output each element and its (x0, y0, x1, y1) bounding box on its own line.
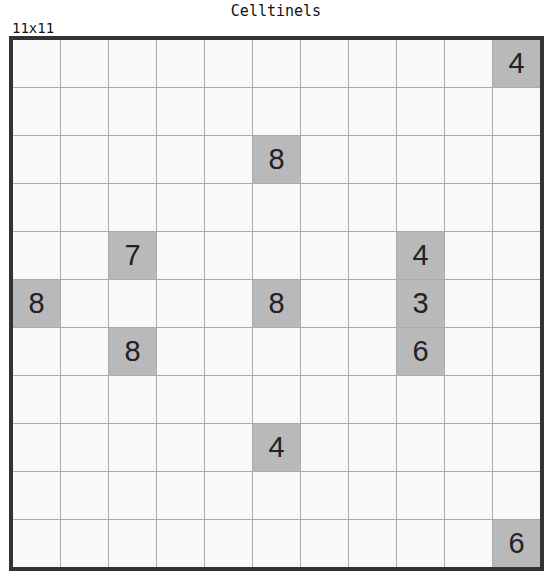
cell-r7c7[interactable] (301, 328, 348, 375)
cell-r2c9[interactable] (397, 88, 444, 135)
cell-r3c5[interactable] (205, 136, 252, 183)
cell-r5c11[interactable] (493, 232, 540, 279)
cell-r11c4[interactable] (157, 520, 204, 567)
clue-cell-r6c9: 3 (397, 280, 444, 327)
cell-r4c7[interactable] (301, 184, 348, 231)
cell-r2c7[interactable] (301, 88, 348, 135)
cell-r1c4[interactable] (157, 40, 204, 87)
cell-r4c9[interactable] (397, 184, 444, 231)
cell-r8c11[interactable] (493, 376, 540, 423)
clue-cell-r5c3: 7 (109, 232, 156, 279)
cell-r11c3[interactable] (109, 520, 156, 567)
cell-r8c7[interactable] (301, 376, 348, 423)
cell-r10c5[interactable] (205, 472, 252, 519)
cell-r1c10[interactable] (445, 40, 492, 87)
cell-r4c8[interactable] (349, 184, 396, 231)
cell-r8c6[interactable] (253, 376, 300, 423)
clue-cell-r3c6: 8 (253, 136, 300, 183)
cell-r1c5[interactable] (205, 40, 252, 87)
cell-r3c7[interactable] (301, 136, 348, 183)
puzzle-board: 48748838646 (9, 36, 544, 571)
cell-r7c8[interactable] (349, 328, 396, 375)
cell-r10c1[interactable] (13, 472, 60, 519)
cell-r2c1[interactable] (13, 88, 60, 135)
cell-r9c10[interactable] (445, 424, 492, 471)
cell-r6c4[interactable] (157, 280, 204, 327)
cell-r9c2[interactable] (61, 424, 108, 471)
cell-r3c8[interactable] (349, 136, 396, 183)
cell-r9c4[interactable] (157, 424, 204, 471)
cell-r4c1[interactable] (13, 184, 60, 231)
cell-r2c2[interactable] (61, 88, 108, 135)
cell-r6c5[interactable] (205, 280, 252, 327)
cell-r2c8[interactable] (349, 88, 396, 135)
cell-r10c8[interactable] (349, 472, 396, 519)
cell-r7c10[interactable] (445, 328, 492, 375)
cell-r8c2[interactable] (61, 376, 108, 423)
clue-cell-r11c11: 6 (493, 520, 540, 567)
clue-cell-r7c9: 6 (397, 328, 444, 375)
cell-r10c2[interactable] (61, 472, 108, 519)
cell-r4c2[interactable] (61, 184, 108, 231)
cell-r7c11[interactable] (493, 328, 540, 375)
cell-r8c1[interactable] (13, 376, 60, 423)
cell-r7c6[interactable] (253, 328, 300, 375)
cell-r2c6[interactable] (253, 88, 300, 135)
cell-r2c10[interactable] (445, 88, 492, 135)
cell-r1c2[interactable] (61, 40, 108, 87)
cell-r10c9[interactable] (397, 472, 444, 519)
cell-r11c5[interactable] (205, 520, 252, 567)
cell-r6c2[interactable] (61, 280, 108, 327)
cell-r3c4[interactable] (157, 136, 204, 183)
cell-r4c11[interactable] (493, 184, 540, 231)
cell-r10c11[interactable] (493, 472, 540, 519)
cell-r11c9[interactable] (397, 520, 444, 567)
cell-r11c10[interactable] (445, 520, 492, 567)
cell-r4c4[interactable] (157, 184, 204, 231)
cell-r11c8[interactable] (349, 520, 396, 567)
cell-r1c8[interactable] (349, 40, 396, 87)
clue-cell-r6c1: 8 (13, 280, 60, 327)
cell-r8c4[interactable] (157, 376, 204, 423)
cell-r4c10[interactable] (445, 184, 492, 231)
cell-r3c3[interactable] (109, 136, 156, 183)
puzzle-page: Celltinels 11x11 48748838646 (0, 2, 552, 571)
cell-r9c1[interactable] (13, 424, 60, 471)
cell-r11c6[interactable] (253, 520, 300, 567)
cell-r3c2[interactable] (61, 136, 108, 183)
clue-cell-r6c6: 8 (253, 280, 300, 327)
cell-r6c8[interactable] (349, 280, 396, 327)
puzzle-title: Celltinels (0, 2, 552, 20)
cell-r6c10[interactable] (445, 280, 492, 327)
cell-r2c3[interactable] (109, 88, 156, 135)
cell-r1c6[interactable] (253, 40, 300, 87)
cell-r7c4[interactable] (157, 328, 204, 375)
cell-r8c9[interactable] (397, 376, 444, 423)
cell-r2c4[interactable] (157, 88, 204, 135)
cell-r9c8[interactable] (349, 424, 396, 471)
cell-r10c7[interactable] (301, 472, 348, 519)
cell-r8c8[interactable] (349, 376, 396, 423)
cell-r3c11[interactable] (493, 136, 540, 183)
cell-r5c2[interactable] (61, 232, 108, 279)
cell-r10c4[interactable] (157, 472, 204, 519)
cell-r6c3[interactable] (109, 280, 156, 327)
cell-r5c10[interactable] (445, 232, 492, 279)
cell-r11c7[interactable] (301, 520, 348, 567)
cell-r5c1[interactable] (13, 232, 60, 279)
cell-r1c7[interactable] (301, 40, 348, 87)
cell-r8c10[interactable] (445, 376, 492, 423)
cell-r10c3[interactable] (109, 472, 156, 519)
cell-r6c11[interactable] (493, 280, 540, 327)
cell-r7c1[interactable] (13, 328, 60, 375)
cell-r9c7[interactable] (301, 424, 348, 471)
cell-r10c10[interactable] (445, 472, 492, 519)
cell-r9c3[interactable] (109, 424, 156, 471)
cell-r6c7[interactable] (301, 280, 348, 327)
cell-r1c1[interactable] (13, 40, 60, 87)
clue-cell-r1c11: 4 (493, 40, 540, 87)
cell-r4c3[interactable] (109, 184, 156, 231)
clue-cell-r9c6: 4 (253, 424, 300, 471)
cell-r5c4[interactable] (157, 232, 204, 279)
cell-r2c11[interactable] (493, 88, 540, 135)
cell-r5c7[interactable] (301, 232, 348, 279)
cell-r5c5[interactable] (205, 232, 252, 279)
cell-r8c3[interactable] (109, 376, 156, 423)
cell-r3c10[interactable] (445, 136, 492, 183)
cell-r7c5[interactable] (205, 328, 252, 375)
cell-r1c3[interactable] (109, 40, 156, 87)
cell-r1c9[interactable] (397, 40, 444, 87)
cell-r9c11[interactable] (493, 424, 540, 471)
clue-cell-r5c9: 4 (397, 232, 444, 279)
cell-r3c9[interactable] (397, 136, 444, 183)
cell-r11c2[interactable] (61, 520, 108, 567)
clue-cell-r7c3: 8 (109, 328, 156, 375)
cell-r8c5[interactable] (205, 376, 252, 423)
cell-r2c5[interactable] (205, 88, 252, 135)
cell-r5c6[interactable] (253, 232, 300, 279)
cell-r9c5[interactable] (205, 424, 252, 471)
cell-r9c9[interactable] (397, 424, 444, 471)
cell-r10c6[interactable] (253, 472, 300, 519)
cell-r11c1[interactable] (13, 520, 60, 567)
cell-r7c2[interactable] (61, 328, 108, 375)
cell-r4c6[interactable] (253, 184, 300, 231)
cell-r3c1[interactable] (13, 136, 60, 183)
cell-r4c5[interactable] (205, 184, 252, 231)
grid-size-label: 11x11 (12, 20, 552, 36)
cell-r5c8[interactable] (349, 232, 396, 279)
